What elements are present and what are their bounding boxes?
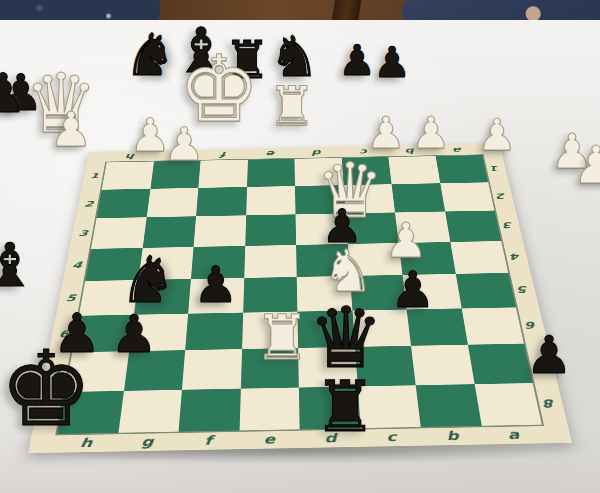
square-f3 [194, 215, 246, 246]
file-label-near-e: e [239, 431, 300, 447]
black-pawn-f6: ♟ [194, 260, 239, 310]
square-e1 [247, 159, 295, 187]
rank-label-right-2: 2 [490, 191, 513, 200]
square-f2 [196, 187, 247, 217]
photo-scene: hgfedcba hgfedcba 12345678 12345678 ♝♞♟♞… [0, 0, 600, 493]
chess-board: hgfedcba hgfedcba 12345678 12345678 [28, 144, 572, 453]
file-label-near-f: f [177, 433, 239, 449]
rank-label-left-3: 3 [72, 229, 95, 239]
square-a7 [467, 344, 532, 384]
captured-black-pawn: ♟ [0, 67, 27, 121]
white-pawn-b2: ♟ [411, 111, 450, 155]
white-rook-e1: ♜ [268, 80, 316, 134]
square-a3 [445, 211, 501, 242]
captured-white-pawn: ♟ [573, 139, 600, 191]
white-rook-e6: ♜ [254, 307, 310, 369]
square-f7 [182, 349, 242, 389]
square-g2 [146, 188, 198, 218]
square-b1 [388, 156, 440, 184]
square-a2 [440, 182, 495, 211]
square-b8 [416, 384, 482, 427]
square-g8 [118, 389, 182, 432]
square-e8 [239, 387, 300, 430]
rank-label-left-4: 4 [65, 260, 89, 270]
captured-black-knight: ♞ [124, 26, 176, 84]
square-a8 [474, 383, 542, 426]
file-label-near-g: g [116, 434, 179, 450]
rank-label-left-2: 2 [78, 199, 100, 208]
square-f8 [179, 388, 241, 431]
captured-black-pawn: ♟ [338, 40, 376, 82]
square-e4 [244, 245, 297, 278]
white-pawn-c4: ♟ [384, 216, 427, 264]
rank-label-right-8: 8 [536, 396, 564, 409]
black-king-h8: ♚ [0, 337, 93, 441]
rank-label-right-1: 1 [484, 164, 506, 173]
square-h2 [97, 189, 150, 219]
file-label-far-f: f [201, 150, 248, 159]
black-pawn-a7: ♟ [526, 329, 573, 381]
square-f1 [198, 160, 247, 188]
captured-black-bishop: ♝ [0, 235, 37, 295]
file-label-far-e: e [248, 149, 295, 158]
rank-label-right-4: 4 [504, 251, 528, 261]
square-a4 [450, 241, 508, 274]
square-e2 [246, 186, 296, 216]
square-h1 [102, 162, 154, 190]
black-pawn-c5: ♟ [391, 265, 436, 315]
black-pawn-g7: ♟ [111, 308, 158, 360]
captured-white-pawn: ♟ [49, 105, 92, 153]
white-pawn-g2: ♟ [163, 121, 204, 167]
file-label-near-b: b [421, 428, 484, 444]
rank-label-right-3: 3 [497, 220, 521, 230]
square-b2 [392, 183, 445, 212]
black-rook-d8: ♜ [314, 372, 377, 442]
captured-black-pawn: ♟ [373, 42, 411, 84]
square-a6 [461, 307, 524, 345]
square-b7 [411, 345, 474, 385]
file-label-near-a: a [482, 427, 546, 443]
rank-label-right-5: 5 [511, 284, 536, 295]
black-knight-g5: ♞ [119, 248, 176, 312]
square-a5 [455, 273, 515, 308]
square-f6 [185, 312, 243, 350]
rank-label-left-1: 1 [83, 172, 105, 181]
square-e3 [245, 214, 296, 245]
white-pawn-a2: ♟ [477, 113, 516, 157]
